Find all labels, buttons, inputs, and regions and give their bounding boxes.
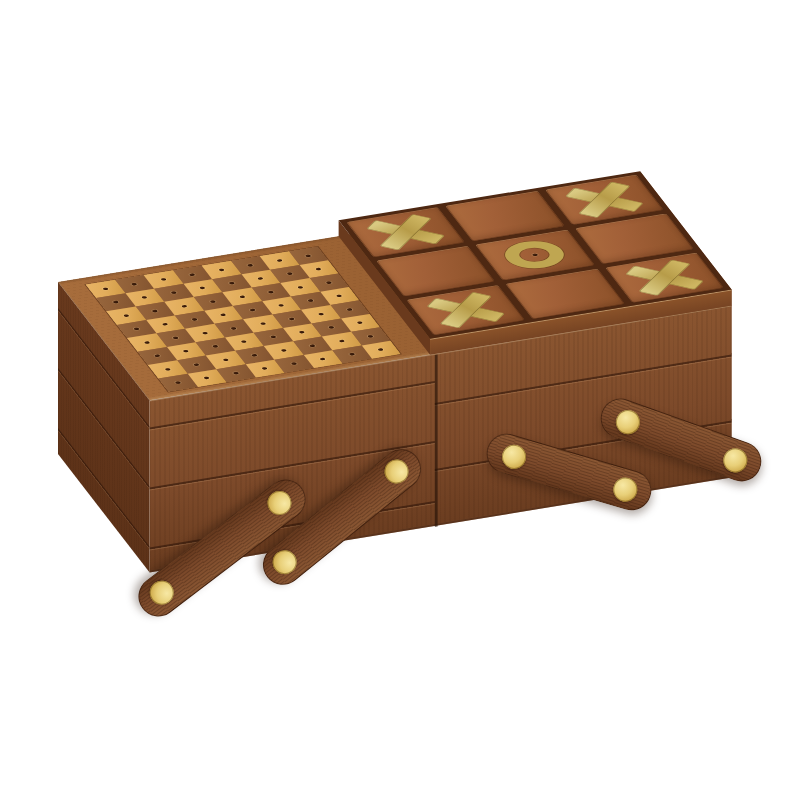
peg-hole xyxy=(144,341,150,344)
brass-x-inlay xyxy=(554,177,655,223)
peg-hole xyxy=(141,296,147,299)
brass-pin xyxy=(263,486,297,520)
peg-hole xyxy=(268,291,274,294)
peg-hole xyxy=(133,328,139,331)
peg-hole xyxy=(349,353,355,356)
peg-hole xyxy=(336,294,342,297)
peg-hole xyxy=(357,321,363,324)
peg-hole xyxy=(233,372,239,375)
peg-hole xyxy=(307,299,313,302)
peg-hole xyxy=(241,340,247,343)
tier-seam xyxy=(58,428,149,548)
peg-hole xyxy=(286,272,292,275)
peg-hole xyxy=(164,368,170,371)
scene xyxy=(0,0,810,810)
peg-hole xyxy=(170,291,176,294)
peg-hole xyxy=(210,300,216,303)
brass-o-inlay xyxy=(498,238,573,273)
peg-hole xyxy=(152,309,158,312)
peg-hole xyxy=(183,350,189,353)
brass-x-inlay xyxy=(614,254,715,300)
brass-pin xyxy=(499,442,529,472)
tier-seam xyxy=(58,368,149,488)
peg-hole xyxy=(305,254,311,257)
peg-hole xyxy=(291,362,297,365)
peg-hole xyxy=(212,345,218,348)
peg-hole xyxy=(131,283,137,286)
peg-hole xyxy=(112,301,118,304)
brass-pin xyxy=(613,407,644,438)
peg-hole xyxy=(239,295,245,298)
peg-hole xyxy=(173,336,179,339)
peg-hole xyxy=(154,354,160,357)
peg-hole xyxy=(532,253,538,256)
peg-hole xyxy=(123,314,129,317)
peg-hole xyxy=(189,273,195,276)
peg-hole xyxy=(102,287,108,290)
peg-hole xyxy=(260,322,266,325)
peg-hole xyxy=(193,363,199,366)
brass-x-inlay xyxy=(355,209,456,255)
peg-hole xyxy=(280,349,286,352)
peg-hole xyxy=(289,317,295,320)
peg-hole xyxy=(199,287,205,290)
peg-hole xyxy=(218,268,224,271)
peg-hole xyxy=(347,308,353,311)
peg-hole xyxy=(222,358,228,361)
peg-hole xyxy=(299,331,305,334)
peg-hole xyxy=(262,367,268,370)
peg-hole xyxy=(162,323,168,326)
peg-hole xyxy=(367,335,373,338)
peg-hole xyxy=(270,335,276,338)
peg-hole xyxy=(297,286,303,289)
peg-hole xyxy=(318,313,324,316)
peg-hole xyxy=(228,282,234,285)
peg-hole xyxy=(249,309,255,312)
peg-hole xyxy=(247,264,253,267)
peg-hole xyxy=(175,381,181,384)
peg-hole xyxy=(204,377,210,380)
brass-x-inlay xyxy=(416,287,517,333)
peg-hole xyxy=(220,313,226,316)
peg-hole xyxy=(320,358,326,361)
brass-pin xyxy=(720,445,751,476)
peg-hole xyxy=(191,318,197,321)
peg-hole xyxy=(328,326,334,329)
peg-hole xyxy=(309,344,315,347)
peg-hole xyxy=(160,278,166,281)
peg-hole xyxy=(251,354,257,357)
peg-hole xyxy=(278,304,284,307)
brass-pin xyxy=(610,475,640,505)
brass-pin xyxy=(145,576,179,610)
peg-hole xyxy=(181,305,187,308)
peg-hole xyxy=(276,259,282,262)
peg-hole xyxy=(326,281,332,284)
peg-hole xyxy=(315,268,321,271)
peg-hole xyxy=(202,332,208,335)
peg-hole xyxy=(338,339,344,342)
peg-hole xyxy=(378,348,384,351)
brass-pin xyxy=(380,455,414,489)
peg-hole xyxy=(231,327,237,330)
brass-pin xyxy=(268,545,302,579)
peg-hole xyxy=(257,277,263,280)
lid-split-seam xyxy=(435,354,438,526)
tier-seam xyxy=(435,355,732,405)
